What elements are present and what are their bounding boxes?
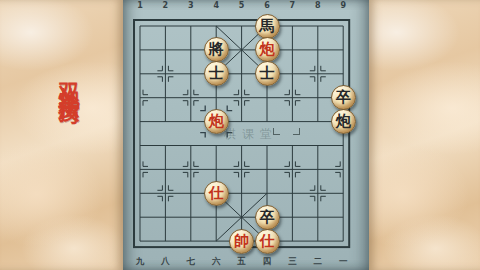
file-number-bottom: 九 [136, 257, 145, 266]
file-number-bottom: 二 [314, 257, 323, 266]
right-marble-panel: 中国象棋宝典系列 象棋杀着大全 [369, 0, 480, 270]
piece-glyph: 將 [205, 38, 228, 61]
piece-士-black[interactable]: 士 [255, 61, 280, 86]
piece-glyph: 炮 [256, 38, 279, 61]
file-number-top: 5 [239, 1, 245, 10]
piece-仕-red[interactable]: 仕 [255, 229, 280, 254]
piece-士-black[interactable]: 士 [204, 61, 229, 86]
file-number-top: 9 [340, 1, 346, 10]
piece-glyph: 卒 [256, 206, 279, 229]
file-number-bottom: 一 [339, 257, 348, 266]
file-number-bottom: 六 [212, 257, 221, 266]
watermark-bracket-right [293, 128, 300, 135]
file-number-top: 6 [264, 1, 270, 10]
file-number-top: 4 [213, 1, 219, 10]
piece-glyph: 士 [256, 62, 279, 85]
file-number-top: 8 [315, 1, 321, 10]
piece-glyph: 仕 [256, 230, 279, 253]
file-number-bottom: 三 [288, 257, 297, 266]
piece-glyph: 士 [205, 62, 228, 85]
file-number-top: 7 [290, 1, 296, 10]
piece-glyph: 帥 [230, 230, 253, 253]
file-number-top: 2 [163, 1, 169, 10]
piece-炮-black[interactable]: 炮 [331, 109, 356, 134]
piece-glyph: 炮 [205, 110, 228, 133]
lesson-title-vertical: 双炮杀法技巧 [55, 66, 83, 93]
piece-卒-black[interactable]: 卒 [255, 205, 280, 230]
file-number-top: 1 [137, 1, 143, 10]
xiangqi-lesson-screen: 123456789 九八七六五四三二一 棋课堂 馬將炮士士卒炮炮仕卒帥仕 双炮杀… [0, 0, 480, 270]
watermark: 棋课堂 [224, 126, 278, 143]
piece-卒-black[interactable]: 卒 [331, 85, 356, 110]
watermark-bracket-left [273, 128, 280, 135]
piece-glyph: 仕 [205, 182, 228, 205]
piece-帥-red[interactable]: 帥 [229, 229, 254, 254]
piece-仕-red[interactable]: 仕 [204, 181, 229, 206]
file-number-bottom: 五 [237, 257, 246, 266]
piece-炮-red[interactable]: 炮 [255, 37, 280, 62]
piece-glyph: 炮 [332, 110, 355, 133]
file-number-bottom: 四 [263, 257, 272, 266]
left-marble-panel: 双炮杀法技巧 [0, 0, 123, 270]
piece-將-black[interactable]: 將 [204, 37, 229, 62]
file-number-bottom: 七 [187, 257, 196, 266]
piece-glyph: 馬 [256, 15, 279, 38]
file-number-bottom: 八 [161, 257, 170, 266]
piece-炮-red[interactable]: 炮 [204, 109, 229, 134]
piece-馬-black[interactable]: 馬 [255, 14, 280, 39]
piece-glyph: 卒 [332, 86, 355, 109]
file-number-top: 3 [188, 1, 194, 10]
